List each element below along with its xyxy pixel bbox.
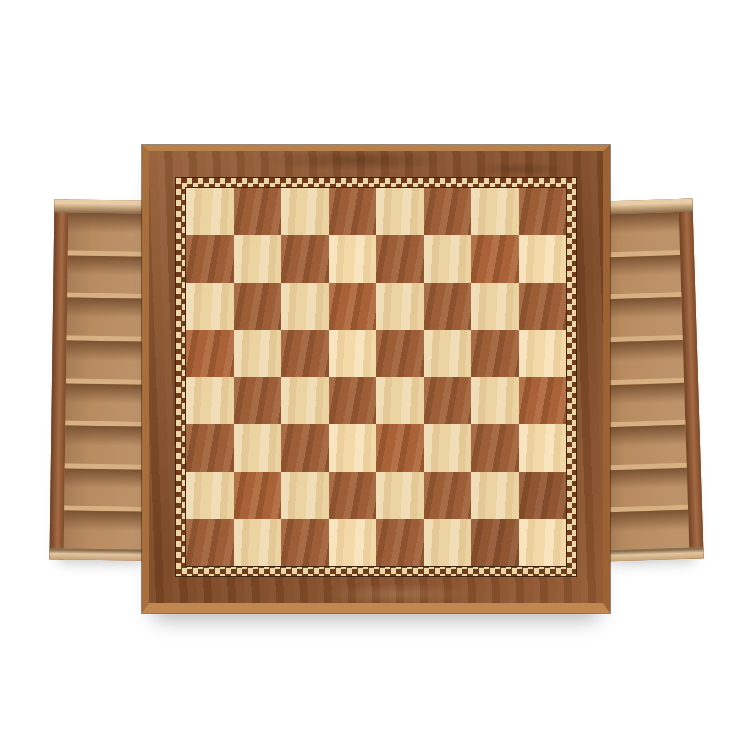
square-g1[interactable] <box>471 519 519 566</box>
square-e8[interactable] <box>376 188 424 235</box>
tray-left-compartments <box>64 213 155 550</box>
square-a6[interactable] <box>186 283 234 330</box>
chess-board <box>142 145 610 613</box>
square-c2[interactable] <box>281 472 329 519</box>
product-photo-scene <box>0 0 750 750</box>
square-a4[interactable] <box>186 377 234 424</box>
square-a1[interactable] <box>186 519 234 566</box>
mosaic-inlay-border <box>175 177 577 577</box>
tray-left-slot-7 <box>64 468 151 512</box>
square-e5[interactable] <box>376 330 424 377</box>
square-h8[interactable] <box>519 188 567 235</box>
square-c4[interactable] <box>281 377 329 424</box>
square-h4[interactable] <box>519 377 567 424</box>
tray-right-slot-8 <box>602 510 689 550</box>
playing-area <box>185 187 567 567</box>
square-h6[interactable] <box>519 283 567 330</box>
square-f4[interactable] <box>424 377 472 424</box>
square-a7[interactable] <box>186 235 234 282</box>
square-d1[interactable] <box>329 519 377 566</box>
square-f3[interactable] <box>424 424 472 471</box>
square-a2[interactable] <box>186 472 234 519</box>
square-a5[interactable] <box>186 330 234 377</box>
tray-left-bottom-rail <box>49 548 149 560</box>
tray-left-slot-5 <box>65 383 152 427</box>
square-b5[interactable] <box>234 330 282 377</box>
tray-left-slot-4 <box>66 340 153 384</box>
square-h5[interactable] <box>519 330 567 377</box>
tray-left-slot-6 <box>65 426 152 470</box>
square-g5[interactable] <box>471 330 519 377</box>
square-b3[interactable] <box>234 424 282 471</box>
square-h7[interactable] <box>519 235 567 282</box>
square-e6[interactable] <box>376 283 424 330</box>
tray-left-slot-2 <box>67 255 154 299</box>
square-d2[interactable] <box>329 472 377 519</box>
square-d7[interactable] <box>329 235 377 282</box>
board-frame <box>149 151 603 603</box>
square-b8[interactable] <box>234 188 282 235</box>
piece-tray-left <box>49 199 154 560</box>
tray-right-bottom-rail <box>603 547 703 561</box>
square-c8[interactable] <box>281 188 329 235</box>
square-g4[interactable] <box>471 377 519 424</box>
square-g8[interactable] <box>471 188 519 235</box>
tray-left-slot-3 <box>67 298 154 342</box>
square-b7[interactable] <box>234 235 282 282</box>
square-h3[interactable] <box>519 424 567 471</box>
square-f6[interactable] <box>424 283 472 330</box>
square-c3[interactable] <box>281 424 329 471</box>
square-f5[interactable] <box>424 330 472 377</box>
square-e3[interactable] <box>376 424 424 471</box>
square-e2[interactable] <box>376 472 424 519</box>
square-h1[interactable] <box>519 519 567 566</box>
square-e4[interactable] <box>376 377 424 424</box>
square-a8[interactable] <box>186 188 234 235</box>
square-e7[interactable] <box>376 235 424 282</box>
square-c6[interactable] <box>281 283 329 330</box>
square-e1[interactable] <box>376 519 424 566</box>
square-g6[interactable] <box>471 283 519 330</box>
square-c1[interactable] <box>281 519 329 566</box>
square-b4[interactable] <box>234 377 282 424</box>
tray-left-slot-8 <box>64 511 151 550</box>
square-f7[interactable] <box>424 235 472 282</box>
square-f2[interactable] <box>424 472 472 519</box>
tray-right-slot-6 <box>599 425 686 470</box>
square-b2[interactable] <box>234 472 282 519</box>
square-c5[interactable] <box>281 330 329 377</box>
square-d4[interactable] <box>329 377 377 424</box>
square-d8[interactable] <box>329 188 377 235</box>
square-d3[interactable] <box>329 424 377 471</box>
square-d6[interactable] <box>329 283 377 330</box>
square-a3[interactable] <box>186 424 234 471</box>
square-g7[interactable] <box>471 235 519 282</box>
square-f8[interactable] <box>424 188 472 235</box>
square-c7[interactable] <box>281 235 329 282</box>
square-f1[interactable] <box>424 519 472 566</box>
square-b6[interactable] <box>234 283 282 330</box>
square-g2[interactable] <box>471 472 519 519</box>
square-g3[interactable] <box>471 424 519 471</box>
square-h2[interactable] <box>519 472 567 519</box>
square-b1[interactable] <box>234 519 282 566</box>
square-d5[interactable] <box>329 330 377 377</box>
tray-right-slot-7 <box>601 468 688 513</box>
tray-right-slot-5 <box>598 382 685 427</box>
tray-left-top-rail <box>54 199 154 213</box>
